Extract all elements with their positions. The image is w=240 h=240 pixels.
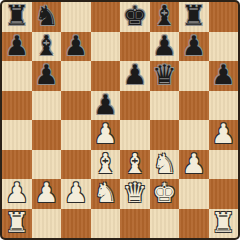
black-pawn-icon: ♟ [93, 91, 117, 118]
black-rook-icon: ♜ [182, 2, 206, 29]
square-f7[interactable]: ♟ [150, 32, 180, 62]
square-c7[interactable]: ♟ [61, 32, 91, 62]
square-h6[interactable]: ♟ [209, 61, 239, 91]
square-b1[interactable] [32, 209, 62, 239]
square-c3[interactable] [61, 150, 91, 180]
black-rook-icon: ♜ [5, 2, 29, 29]
black-bishop-icon: ♝ [34, 32, 58, 59]
square-h8[interactable] [209, 2, 239, 32]
square-a8[interactable]: ♜ [2, 2, 32, 32]
black-bishop-icon: ♝ [152, 2, 176, 29]
square-b6[interactable]: ♟ [32, 61, 62, 91]
square-d7[interactable] [91, 32, 121, 62]
square-a7[interactable]: ♟ [2, 32, 32, 62]
square-g4[interactable] [179, 120, 209, 150]
black-pawn-icon: ♟ [64, 32, 88, 59]
black-queen-icon: ♛ [152, 61, 176, 88]
white-bishop-icon: ♝ [93, 150, 117, 177]
white-pawn-icon: ♟ [5, 179, 29, 206]
square-a1[interactable]: ♜ [2, 209, 32, 239]
square-h2[interactable] [209, 179, 239, 209]
white-queen-icon: ♛ [123, 179, 147, 206]
square-f3[interactable]: ♞ [150, 150, 180, 180]
square-g8[interactable]: ♜ [179, 2, 209, 32]
square-g6[interactable] [179, 61, 209, 91]
square-c4[interactable] [61, 120, 91, 150]
square-d5[interactable]: ♟ [91, 91, 121, 121]
square-b7[interactable]: ♝ [32, 32, 62, 62]
square-e4[interactable] [120, 120, 150, 150]
square-d4[interactable]: ♟ [91, 120, 121, 150]
black-pawn-icon: ♟ [34, 61, 58, 88]
white-pawn-icon: ♟ [34, 179, 58, 206]
square-f2[interactable]: ♚ [150, 179, 180, 209]
square-b3[interactable] [32, 150, 62, 180]
black-pawn-icon: ♟ [182, 32, 206, 59]
square-g1[interactable] [179, 209, 209, 239]
black-knight-icon: ♞ [34, 2, 58, 29]
white-pawn-icon: ♟ [93, 120, 117, 147]
square-h5[interactable] [209, 91, 239, 121]
square-h1[interactable]: ♜ [209, 209, 239, 239]
square-h4[interactable]: ♟ [209, 120, 239, 150]
square-b2[interactable]: ♟ [32, 179, 62, 209]
chess-board: ♜♞♚♝♜♟♝♟♟♟♟♟♛♟♟♟♟♝♝♞♟♟♟♟♞♛♚♜♜ [0, 0, 240, 240]
square-f1[interactable] [150, 209, 180, 239]
square-g7[interactable]: ♟ [179, 32, 209, 62]
square-a3[interactable] [2, 150, 32, 180]
square-c8[interactable] [61, 2, 91, 32]
white-rook-icon: ♜ [211, 209, 235, 236]
black-pawn-icon: ♟ [5, 32, 29, 59]
square-e5[interactable] [120, 91, 150, 121]
square-g2[interactable] [179, 179, 209, 209]
white-pawn-icon: ♟ [64, 179, 88, 206]
square-a4[interactable] [2, 120, 32, 150]
white-king-icon: ♚ [152, 179, 176, 206]
square-a5[interactable] [2, 91, 32, 121]
square-b4[interactable] [32, 120, 62, 150]
black-king-icon: ♚ [123, 2, 147, 29]
square-c2[interactable]: ♟ [61, 179, 91, 209]
square-h3[interactable] [209, 150, 239, 180]
square-g5[interactable] [179, 91, 209, 121]
square-c6[interactable] [61, 61, 91, 91]
square-e7[interactable] [120, 32, 150, 62]
square-f8[interactable]: ♝ [150, 2, 180, 32]
chess-board-grid: ♜♞♚♝♜♟♝♟♟♟♟♟♛♟♟♟♟♝♝♞♟♟♟♟♞♛♚♜♜ [2, 2, 238, 238]
square-d8[interactable] [91, 2, 121, 32]
square-c5[interactable] [61, 91, 91, 121]
black-pawn-icon: ♟ [123, 61, 147, 88]
square-d2[interactable]: ♞ [91, 179, 121, 209]
black-pawn-icon: ♟ [211, 61, 235, 88]
square-f4[interactable] [150, 120, 180, 150]
square-e3[interactable]: ♝ [120, 150, 150, 180]
square-e1[interactable] [120, 209, 150, 239]
white-bishop-icon: ♝ [123, 150, 147, 177]
square-f5[interactable] [150, 91, 180, 121]
square-a2[interactable]: ♟ [2, 179, 32, 209]
white-pawn-icon: ♟ [211, 120, 235, 147]
white-rook-icon: ♜ [5, 209, 29, 236]
white-knight-icon: ♞ [93, 179, 117, 206]
square-d3[interactable]: ♝ [91, 150, 121, 180]
black-pawn-icon: ♟ [152, 32, 176, 59]
square-e8[interactable]: ♚ [120, 2, 150, 32]
white-pawn-icon: ♟ [182, 150, 206, 177]
square-b8[interactable]: ♞ [32, 2, 62, 32]
square-a6[interactable] [2, 61, 32, 91]
square-b5[interactable] [32, 91, 62, 121]
square-f6[interactable]: ♛ [150, 61, 180, 91]
square-e6[interactable]: ♟ [120, 61, 150, 91]
square-d1[interactable] [91, 209, 121, 239]
square-e2[interactable]: ♛ [120, 179, 150, 209]
square-c1[interactable] [61, 209, 91, 239]
square-h7[interactable] [209, 32, 239, 62]
white-knight-icon: ♞ [152, 150, 176, 177]
square-d6[interactable] [91, 61, 121, 91]
square-g3[interactable]: ♟ [179, 150, 209, 180]
